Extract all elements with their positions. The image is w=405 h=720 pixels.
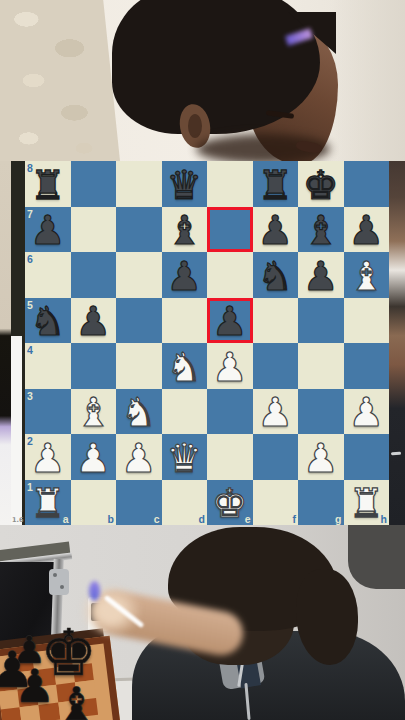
square-h2 <box>344 434 390 480</box>
black-queen: ♛ <box>162 162 208 208</box>
white-rook: ♜ <box>344 481 390 527</box>
white-pawn: ♟ <box>71 435 117 481</box>
purple-spark <box>89 581 100 601</box>
square-c4 <box>116 343 162 389</box>
square-a7: 7♟ <box>25 207 71 253</box>
square-c3: ♞ <box>116 389 162 435</box>
square-a2: 2♟ <box>25 434 71 480</box>
rank-label-4: 4 <box>27 344 33 356</box>
black-pawn: ♟ <box>25 208 71 254</box>
left-video-strip <box>0 161 11 525</box>
square-e3 <box>207 389 253 435</box>
square-d5 <box>162 298 208 344</box>
square-d7: ♝ <box>162 207 208 253</box>
white-king: ♚ <box>207 481 253 527</box>
square-f4 <box>253 343 299 389</box>
square-h5 <box>344 298 390 344</box>
square-b6 <box>71 252 117 298</box>
square-h3: ♟ <box>344 389 390 435</box>
square-d8: ♛ <box>162 161 208 207</box>
square-h4 <box>344 343 390 389</box>
white-bishop: ♝ <box>344 253 390 299</box>
black-rook: ♜ <box>253 162 299 208</box>
square-b8 <box>71 161 117 207</box>
square-g4 <box>298 343 344 389</box>
eval-bar: 1.6 <box>11 161 25 525</box>
square-e8 <box>207 161 253 207</box>
square-e6 <box>207 252 253 298</box>
square-f7: ♟ <box>253 207 299 253</box>
white-knight: ♞ <box>116 390 162 436</box>
black-pawn: ♟ <box>162 253 208 299</box>
square-c5 <box>116 298 162 344</box>
young-player-ear-inner <box>188 114 202 138</box>
square-d4: ♞ <box>162 343 208 389</box>
square-f3: ♟ <box>253 389 299 435</box>
square-g7: ♝ <box>298 207 344 253</box>
white-queen: ♛ <box>162 435 208 481</box>
wall-shadow <box>330 0 405 161</box>
square-c7 <box>116 207 162 253</box>
rank-label-6: 6 <box>27 253 33 265</box>
top-video-region <box>0 0 405 161</box>
square-b7 <box>71 207 117 253</box>
black-bishop: ♝ <box>298 208 344 254</box>
video-frame: 1.6 8♜♛♜♚7♟♝♟♝♟6♟♞♟♝5♞♟♟4♞♟3♝♞♟♟2♟♟♟♛♟1a… <box>0 0 405 720</box>
physical-black-pawn: ♟ <box>0 645 35 695</box>
square-a1: 1a♜ <box>25 480 71 526</box>
square-g3 <box>298 389 344 435</box>
white-pawn: ♟ <box>298 435 344 481</box>
rivet <box>60 585 64 589</box>
file-label-f: f <box>293 513 297 525</box>
square-c8 <box>116 161 162 207</box>
right-video-strip <box>389 161 405 525</box>
white-knight: ♞ <box>162 344 208 390</box>
square-f5 <box>253 298 299 344</box>
square-e5: ♟ <box>207 298 253 344</box>
square-h1: h♜ <box>344 480 390 526</box>
square-a3: 3 <box>25 389 71 435</box>
white-pawn: ♟ <box>116 435 162 481</box>
square-d1: d <box>162 480 208 526</box>
file-label-g: g <box>335 513 341 525</box>
digital-board: 8♜♛♜♚7♟♝♟♝♟6♟♞♟♝5♞♟♟4♞♟3♝♞♟♟2♟♟♟♛♟1a♜bcd… <box>25 161 389 525</box>
square-h6: ♝ <box>344 252 390 298</box>
bottom-video-region: ♟ ♚ ♟ ♟ ♝ <box>0 525 405 720</box>
square-a6: 6 <box>25 252 71 298</box>
square-d3 <box>162 389 208 435</box>
black-pawn: ♟ <box>207 299 253 345</box>
black-pawn: ♟ <box>298 253 344 299</box>
square-a4: 4 <box>25 343 71 389</box>
square-b5: ♟ <box>71 298 117 344</box>
black-knight: ♞ <box>25 299 71 345</box>
square-g2: ♟ <box>298 434 344 480</box>
square-c6 <box>116 252 162 298</box>
file-label-b: b <box>108 513 114 525</box>
white-pawn: ♟ <box>207 344 253 390</box>
bystander-clothing <box>348 525 405 589</box>
eval-value: 1.6 <box>12 516 24 524</box>
black-pawn: ♟ <box>344 208 390 254</box>
white-pawn: ♟ <box>25 435 71 481</box>
square-h8 <box>344 161 390 207</box>
physical-black-bishop: ♝ <box>56 681 97 720</box>
stone-wall <box>0 0 120 161</box>
black-bishop: ♝ <box>162 208 208 254</box>
rank-label-3: 3 <box>27 390 33 402</box>
square-e7 <box>207 207 253 253</box>
black-rook: ♜ <box>25 162 71 208</box>
square-g6: ♟ <box>298 252 344 298</box>
square-g1: g <box>298 480 344 526</box>
square-a8: 8♜ <box>25 161 71 207</box>
square-b4 <box>71 343 117 389</box>
square-g8: ♚ <box>298 161 344 207</box>
white-bishop: ♝ <box>71 390 117 436</box>
square-c1: c <box>116 480 162 526</box>
white-pawn: ♟ <box>344 390 390 436</box>
square-f8: ♜ <box>253 161 299 207</box>
square-e1: e♚ <box>207 480 253 526</box>
rivet <box>53 573 57 577</box>
square-e2 <box>207 434 253 480</box>
square-g5 <box>298 298 344 344</box>
square-f2 <box>253 434 299 480</box>
white-rook: ♜ <box>25 481 71 527</box>
square-f6: ♞ <box>253 252 299 298</box>
square-b1: b <box>71 480 117 526</box>
square-e4: ♟ <box>207 343 253 389</box>
eval-bar-white: 1.6 <box>11 336 22 525</box>
flight-case-corner-bracket <box>49 569 69 595</box>
black-knight: ♞ <box>253 253 299 299</box>
square-d6: ♟ <box>162 252 208 298</box>
square-a5: 5♞ <box>25 298 71 344</box>
square-h7: ♟ <box>344 207 390 253</box>
square-b3: ♝ <box>71 389 117 435</box>
file-label-c: c <box>154 513 160 525</box>
white-pawn: ♟ <box>253 390 299 436</box>
black-pawn: ♟ <box>253 208 299 254</box>
square-f1: f <box>253 480 299 526</box>
black-king: ♚ <box>298 162 344 208</box>
square-d2: ♛ <box>162 434 208 480</box>
black-pawn: ♟ <box>71 299 117 345</box>
square-c2: ♟ <box>116 434 162 480</box>
square-b2: ♟ <box>71 434 117 480</box>
file-label-d: d <box>199 513 205 525</box>
